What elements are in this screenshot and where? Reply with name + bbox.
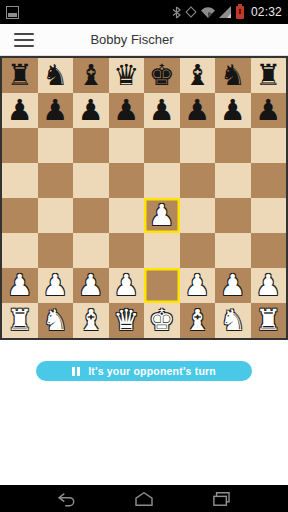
square-g1[interactable]: ♞ (215, 303, 251, 338)
square-f5[interactable] (180, 163, 216, 198)
square-h3[interactable] (251, 233, 287, 268)
square-c6[interactable] (73, 128, 109, 163)
black-pawn: ♟ (184, 93, 210, 128)
square-a7[interactable]: ♟ (2, 93, 38, 128)
black-bishop: ♝ (78, 58, 104, 93)
chess-board-grid: ♜♞♝♛♚♝♞♜♟♟♟♟♟♟♟♟♟♟♟♟♟♟♟♟♜♞♝♛♚♝♞♜ (2, 58, 286, 338)
square-d5[interactable] (109, 163, 145, 198)
square-a3[interactable] (2, 233, 38, 268)
white-bishop: ♝ (78, 303, 104, 338)
rotation-icon (185, 6, 196, 17)
square-d7[interactable]: ♟ (109, 93, 145, 128)
black-queen: ♛ (113, 58, 139, 93)
square-c2[interactable]: ♟ (73, 268, 109, 303)
square-b6[interactable] (38, 128, 74, 163)
black-pawn: ♟ (149, 93, 175, 128)
back-icon[interactable] (56, 491, 78, 507)
square-a1[interactable]: ♜ (2, 303, 38, 338)
chess-board: ♜♞♝♛♚♝♞♜♟♟♟♟♟♟♟♟♟♟♟♟♟♟♟♟♜♞♝♛♚♝♞♜ (0, 56, 288, 340)
black-rook: ♜ (7, 58, 33, 93)
white-knight: ♞ (42, 303, 68, 338)
black-pawn: ♟ (220, 93, 246, 128)
square-c5[interactable] (73, 163, 109, 198)
white-queen: ♛ (113, 303, 139, 338)
white-pawn: ♟ (42, 268, 68, 303)
square-b4[interactable] (38, 198, 74, 233)
square-b3[interactable] (38, 233, 74, 268)
square-d6[interactable] (109, 128, 145, 163)
page-title: Bobby Fischer (0, 32, 264, 47)
home-icon[interactable] (133, 491, 155, 507)
square-f7[interactable]: ♟ (180, 93, 216, 128)
white-pawn: ♟ (113, 268, 139, 303)
square-e2[interactable] (144, 268, 180, 303)
white-pawn: ♟ (7, 268, 33, 303)
black-pawn: ♟ (255, 93, 281, 128)
square-a4[interactable] (2, 198, 38, 233)
turn-status-pill[interactable]: It's your opponent's turn (36, 361, 252, 381)
square-f3[interactable] (180, 233, 216, 268)
black-king: ♚ (149, 58, 175, 93)
square-g3[interactable] (215, 233, 251, 268)
square-f2[interactable]: ♟ (180, 268, 216, 303)
white-knight: ♞ (220, 303, 246, 338)
square-c1[interactable]: ♝ (73, 303, 109, 338)
white-king: ♚ (149, 303, 175, 338)
square-h2[interactable]: ♟ (251, 268, 287, 303)
white-bishop: ♝ (184, 303, 210, 338)
app-header: Bobby Fischer (0, 24, 288, 56)
white-pawn: ♟ (149, 198, 175, 233)
black-pawn: ♟ (78, 93, 104, 128)
square-a8[interactable]: ♜ (2, 58, 38, 93)
square-c4[interactable] (73, 198, 109, 233)
square-g4[interactable] (215, 198, 251, 233)
white-rook: ♜ (255, 303, 281, 338)
square-g6[interactable] (215, 128, 251, 163)
black-knight: ♞ (42, 58, 68, 93)
square-a6[interactable] (2, 128, 38, 163)
square-g8[interactable]: ♞ (215, 58, 251, 93)
square-d8[interactable]: ♛ (109, 58, 145, 93)
square-g2[interactable]: ♟ (215, 268, 251, 303)
turn-status-label: It's your opponent's turn (88, 365, 216, 377)
square-e3[interactable] (144, 233, 180, 268)
status-bar: 02:32 (0, 0, 288, 24)
white-pawn: ♟ (255, 268, 281, 303)
square-e5[interactable] (144, 163, 180, 198)
square-c8[interactable]: ♝ (73, 58, 109, 93)
black-pawn: ♟ (7, 93, 33, 128)
phone-screen: 02:32 Bobby Fischer ♜♞♝♛♚♝♞♜♟♟♟♟♟♟♟♟♟♟♟♟… (0, 0, 288, 512)
square-b7[interactable]: ♟ (38, 93, 74, 128)
square-e8[interactable]: ♚ (144, 58, 180, 93)
square-f6[interactable] (180, 128, 216, 163)
recents-icon[interactable] (210, 491, 232, 507)
square-f8[interactable]: ♝ (180, 58, 216, 93)
black-rook: ♜ (255, 58, 281, 93)
bluetooth-icon (172, 6, 181, 19)
wifi-icon (201, 7, 215, 18)
signal-icon (219, 6, 231, 18)
square-h4[interactable] (251, 198, 287, 233)
square-b2[interactable]: ♟ (38, 268, 74, 303)
square-d2[interactable]: ♟ (109, 268, 145, 303)
black-pawn: ♟ (113, 93, 139, 128)
square-e7[interactable]: ♟ (144, 93, 180, 128)
square-g5[interactable] (215, 163, 251, 198)
white-pawn: ♟ (220, 268, 246, 303)
square-b8[interactable]: ♞ (38, 58, 74, 93)
battery-low-icon (236, 6, 244, 19)
square-e6[interactable] (144, 128, 180, 163)
square-b1[interactable]: ♞ (38, 303, 74, 338)
black-knight: ♞ (220, 58, 246, 93)
square-f4[interactable] (180, 198, 216, 233)
square-g7[interactable]: ♟ (215, 93, 251, 128)
square-f1[interactable]: ♝ (180, 303, 216, 338)
clock: 02:32 (251, 5, 282, 19)
black-pawn: ♟ (42, 93, 68, 128)
square-h6[interactable] (251, 128, 287, 163)
square-a2[interactable]: ♟ (2, 268, 38, 303)
square-e1[interactable]: ♚ (144, 303, 180, 338)
square-d3[interactable] (109, 233, 145, 268)
square-d4[interactable] (109, 198, 145, 233)
black-bishop: ♝ (184, 58, 210, 93)
square-a5[interactable] (2, 163, 38, 198)
square-e4[interactable]: ♟ (144, 198, 180, 233)
pause-icon (72, 367, 80, 376)
square-h7[interactable]: ♟ (251, 93, 287, 128)
screenshot-notification-icon (6, 6, 19, 19)
white-pawn: ♟ (78, 268, 104, 303)
white-rook: ♜ (7, 303, 33, 338)
square-b5[interactable] (38, 163, 74, 198)
square-c3[interactable] (73, 233, 109, 268)
square-h5[interactable] (251, 163, 287, 198)
white-pawn: ♟ (184, 268, 210, 303)
square-d1[interactable]: ♛ (109, 303, 145, 338)
square-h8[interactable]: ♜ (251, 58, 287, 93)
android-nav-bar (0, 485, 288, 512)
square-h1[interactable]: ♜ (251, 303, 287, 338)
square-c7[interactable]: ♟ (73, 93, 109, 128)
